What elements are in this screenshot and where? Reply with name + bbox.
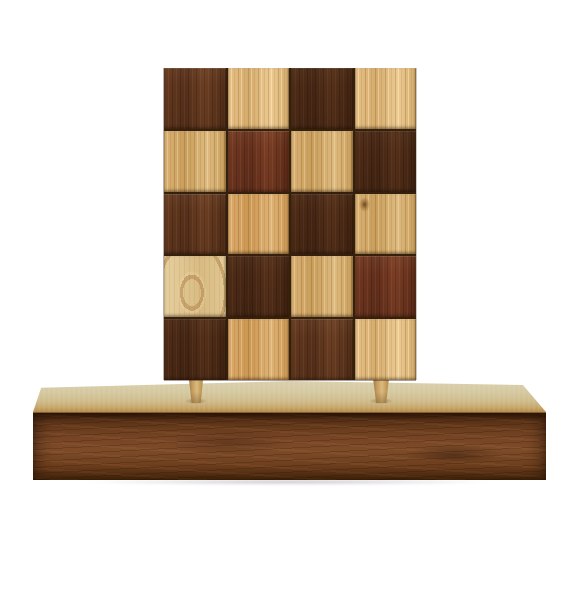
base-front-face — [33, 412, 546, 480]
product-photo-scene — [0, 0, 580, 590]
board-square-r5c1 — [164, 319, 226, 380]
board-square-r4c1 — [164, 256, 226, 317]
board-square-r2c1 — [164, 131, 226, 192]
board-square-r3c2 — [228, 194, 290, 255]
board-square-r4c2 — [228, 256, 290, 317]
board-square-r3c4 — [355, 194, 417, 255]
board-square-r1c2 — [228, 68, 290, 129]
board-square-r1c1 — [164, 68, 226, 129]
board-square-r3c1 — [164, 194, 226, 255]
board-square-r5c4 — [355, 319, 417, 380]
board-square-r5c3 — [291, 319, 353, 380]
checkerboard-panel — [164, 68, 416, 380]
board-square-r5c2 — [228, 319, 290, 380]
board-square-r3c3 — [291, 194, 353, 255]
board-square-r4c4 — [355, 256, 417, 317]
board-square-r2c4 — [355, 131, 417, 192]
base-top-surface — [33, 381, 546, 412]
board-square-r4c3 — [291, 256, 353, 317]
board-square-r1c3 — [291, 68, 353, 129]
board-square-r1c4 — [355, 68, 417, 129]
board-square-r2c3 — [291, 131, 353, 192]
board-square-r2c2 — [228, 131, 290, 192]
